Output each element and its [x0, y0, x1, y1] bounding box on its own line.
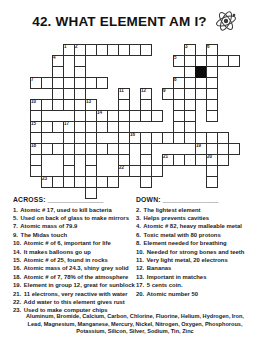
clue-list-number: 11. [136, 257, 144, 263]
clue-text: It makes balloons go up [22, 249, 91, 255]
clue-list-number: 1. [13, 207, 18, 213]
across-header: ACROSS: ______________ [13, 196, 130, 203]
clue-number: 1 [64, 44, 67, 49]
clue-number: 16 [130, 132, 135, 137]
grid-cell[interactable] [206, 110, 218, 122]
across-clue-list: 1. Atomic # 17, used to kill bacteria5. … [13, 206, 130, 315]
clue-list-number: 6. [136, 232, 141, 238]
grid-cell[interactable] [96, 77, 108, 89]
clue-text: Needed for strong bones and teeth [145, 249, 244, 255]
clue-list-number: 22. [13, 299, 21, 305]
clue-list-number: 12. [136, 265, 144, 271]
across-clue: 7. Atomic mass of 79.9 [13, 222, 130, 230]
clue-number: 14 [97, 110, 102, 115]
across-clue: 14. It makes balloons go up [13, 248, 130, 256]
grid-cell[interactable] [206, 176, 218, 188]
clue-list-number: 16. [13, 265, 21, 271]
clue-number: 4 [53, 55, 56, 60]
clue-text: Atomic # of 7, 78% of the atmosphere [22, 274, 128, 280]
clue-number: 22 [119, 165, 124, 170]
clue-list-number: 13. [136, 274, 144, 280]
across-clue: 5. Used on back of glass to make mirrors [13, 214, 130, 222]
clue-text: Element needed for breathing [142, 240, 227, 246]
grid-cell[interactable] [217, 154, 229, 166]
down-clue: 6. Toxic metal with 80 protons [136, 231, 257, 239]
clue-number: 15 [31, 121, 36, 126]
grid-cell[interactable] [228, 55, 240, 67]
clue-number: 3 [185, 44, 188, 49]
across-clue: 21. 11 electrons, very reactive with wat… [13, 290, 130, 298]
clue-list-number: 23. [13, 307, 21, 313]
clue-list-number: 3. [136, 215, 141, 221]
across-clue: 15. Atomic # of 25, found in rocks [13, 256, 130, 264]
clue-number: 12 [141, 88, 146, 93]
down-clue: 20. Atomic number 50 [136, 290, 257, 298]
down-column: DOWN: ______________ 2. The lightest ele… [130, 196, 257, 315]
clue-text: Helps prevents cavities [142, 215, 209, 221]
clue-list-number: 7. [13, 223, 18, 229]
clue-number: 10 [31, 99, 36, 104]
title-row: 42. WHAT ELEMENT AM I? [0, 10, 270, 32]
grid-cell[interactable] [228, 143, 240, 155]
worksheet-page: 42. WHAT ELEMENT AM I? 12364578111291013… [0, 0, 270, 350]
clue-list-number: 21. [13, 291, 21, 297]
clue-number: 21 [163, 154, 168, 159]
down-header: DOWN: ______________ [136, 196, 257, 203]
clue-number: 5 [174, 55, 177, 60]
grid-cell[interactable] [151, 110, 163, 122]
down-clue: 3. Helps prevents cavities [136, 214, 257, 222]
clue-number: 9 [163, 88, 166, 93]
clue-list-number: 18. [13, 274, 21, 280]
down-clue: 17. 5 cents coin. [136, 281, 257, 289]
across-clue: 10. Atomic # of 6, important for life [13, 239, 130, 247]
clue-number: 2 [75, 44, 78, 49]
across-clue: 22. Add water to this element gives rust [13, 298, 130, 306]
clue-text: Add water to this element gives rust [22, 299, 125, 305]
grid-cell[interactable] [107, 176, 119, 188]
clue-text: Important in matches [145, 274, 206, 280]
clue-text: 11 electrons, very reactive with water [22, 291, 127, 297]
clue-list-number: 10. [13, 240, 21, 246]
grid-cell[interactable] [151, 165, 163, 177]
clue-list-number: 20. [136, 291, 144, 297]
clue-list-number: 17. [136, 282, 144, 288]
across-clue: 9. The Midas touch [13, 231, 130, 239]
clue-text: Atomic number 50 [145, 291, 198, 297]
clue-number: 11 [119, 88, 124, 93]
grid-cell[interactable] [140, 176, 152, 188]
clue-text: Atomic # of 25, found in rocks [22, 257, 108, 263]
clue-list-number: 8. [136, 240, 141, 246]
clue-text: The lightest element [142, 207, 201, 213]
clue-number: 17 [64, 121, 69, 126]
down-clue-list: 2. The lightest element3. Helps prevents… [136, 206, 257, 298]
clues-section: ACROSS: ______________ 1. Atomic # 17, u… [0, 196, 270, 315]
across-column: ACROSS: ______________ 1. Atomic # 17, u… [0, 196, 130, 315]
clue-list-number: 4. [136, 223, 141, 229]
page-title: 42. WHAT ELEMENT AM I? [32, 14, 207, 29]
clue-list-number: 5. [13, 215, 18, 221]
clue-text: Toxic metal with 80 protons [142, 232, 221, 238]
word-bank: Aluminum, Bromide, Calcium, Carbon, Chlo… [23, 313, 247, 336]
across-clue: 19. Element in group 12, great for sunbl… [13, 281, 130, 289]
grid-cell[interactable] [140, 44, 152, 56]
clue-text: Used on back of glass to make mirrors [19, 215, 129, 221]
clue-number: 23 [42, 176, 47, 181]
clue-text: Atomic # 17, used to kill bacteria [19, 207, 112, 213]
across-clue: 1. Atomic # 17, used to kill bacteria [13, 206, 130, 214]
down-clue: 10. Needed for strong bones and teeth [136, 248, 257, 256]
down-clue: 13. Important in matches [136, 273, 257, 281]
clue-number: 19 [196, 143, 201, 148]
down-clue: 4. Atomic # 82, heavy malleable metal [136, 222, 257, 230]
clue-number: 13 [86, 99, 91, 104]
clue-list-number: 15. [13, 257, 21, 263]
clue-list-number: 19. [13, 282, 21, 288]
clue-list-number: 9. [13, 232, 18, 238]
clue-text: Atomic mass of 24.3, shiny grey solid [22, 265, 129, 271]
clue-list-number: 10. [136, 249, 144, 255]
clue-text: The Midas touch [19, 232, 67, 238]
clue-number: 18 [31, 143, 36, 148]
down-clue: 2. The lightest element [136, 206, 257, 214]
clue-text: 5 cents coin. [145, 282, 182, 288]
crossword-grid: 1236457811129101314151716181921202223 [30, 44, 239, 198]
down-clue: 11. Very light metal, 20 electrons [136, 256, 257, 264]
clue-list-number: 2. [136, 207, 141, 213]
clue-text: Bananas [145, 265, 171, 271]
clue-text: Element in group 12, great for sunblock [22, 282, 135, 288]
atom-icon [214, 10, 238, 32]
clue-number: 8 [174, 77, 177, 82]
clue-text: Very light metal, 20 electrons [145, 257, 228, 263]
down-clue: 8. Element needed for breathing [136, 239, 257, 247]
clue-number: 6 [207, 44, 210, 49]
clue-list-number: 14. [13, 249, 21, 255]
clue-text: Atomic mass of 79.9 [19, 223, 77, 229]
across-clue: 16. Atomic mass of 24.3, shiny grey soli… [13, 264, 130, 272]
clue-number: 20 [207, 154, 212, 159]
clue-number: 7 [31, 77, 34, 82]
down-clue: 12. Bananas [136, 264, 257, 272]
clue-text: Atomic # 82, heavy malleable metal [142, 223, 242, 229]
across-clue: 18. Atomic # of 7, 78% of the atmosphere [13, 273, 130, 281]
clue-text: Atomic # of 6, important for life [22, 240, 110, 246]
